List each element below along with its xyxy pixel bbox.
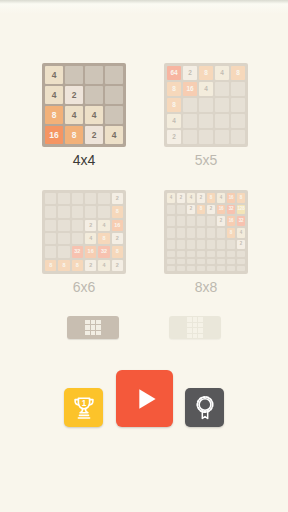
empty-cell [72,206,83,217]
empty-cell [217,259,225,264]
tile-4: 4 [98,260,109,271]
empty-cell [227,259,235,264]
empty-cell [215,82,229,96]
empty-cell [227,266,235,271]
tile-2: 2 [85,220,96,231]
tile-64: 64 [167,66,181,80]
empty-cell [58,220,69,231]
tile-4: 4 [98,220,109,231]
empty-cell [197,259,205,264]
tile-32: 32 [227,205,235,215]
tile-4: 4 [215,66,229,80]
empty-cell [58,206,69,217]
empty-cell [177,251,185,256]
empty-cell [187,266,195,271]
empty-cell [187,240,195,250]
tile-2: 2 [167,130,181,144]
empty-cell [167,251,175,256]
board-size-label-4x4[interactable]: 4x4 [42,152,126,168]
tile-2: 2 [112,260,123,271]
empty-cell [45,206,56,217]
empty-cell [231,82,245,96]
board-preview-4x4[interactable]: 44284416824 [42,63,126,147]
empty-cell [217,251,225,256]
empty-cell [167,205,175,215]
empty-cell [177,228,185,238]
empty-cell [45,220,56,231]
tile-4: 4 [45,86,63,104]
tile-8: 8 [237,193,245,203]
empty-cell [45,193,56,204]
tile-8: 8 [231,66,245,80]
empty-cell [227,251,235,256]
tile-2: 2 [217,216,225,226]
tile-4: 4 [45,66,63,84]
board-style-toggle-3x3[interactable] [67,316,119,339]
tile-4: 4 [167,193,175,203]
empty-cell [217,266,225,271]
empty-cell [231,114,245,128]
empty-cell [187,228,195,238]
tile-8: 8 [227,228,235,238]
empty-cell [207,228,215,238]
tile-2: 2 [237,240,245,250]
board-size-label-5x5[interactable]: 5x5 [164,152,248,168]
empty-cell [231,98,245,112]
trophy-icon: 1 [70,394,98,422]
play-icon [128,382,162,416]
empty-cell [207,259,215,264]
empty-cell [167,228,175,238]
tile-2: 2 [187,205,195,215]
empty-cell [187,216,195,226]
empty-cell [72,220,83,231]
empty-cell [98,206,109,217]
tile-4: 4 [85,106,103,124]
play-button[interactable] [116,370,173,427]
tile-32: 32 [237,216,245,226]
tile-4: 4 [167,114,181,128]
achievements-button[interactable] [185,388,224,427]
empty-cell [231,130,245,144]
empty-cell [237,259,245,264]
tile-8: 8 [112,206,123,217]
tile-8: 8 [167,98,181,112]
empty-cell [227,240,235,250]
empty-cell [217,228,225,238]
empty-cell [197,240,205,250]
empty-cell [183,114,197,128]
empty-cell [98,193,109,204]
empty-cell [177,205,185,215]
empty-cell [197,266,205,271]
tile-2: 2 [85,260,96,271]
empty-cell [207,251,215,256]
tile-8: 8 [199,66,213,80]
empty-cell [197,216,205,226]
empty-cell [167,240,175,250]
tile-8: 8 [72,260,83,271]
empty-cell [58,233,69,244]
board-size-label-6x6[interactable]: 6x6 [42,279,126,295]
empty-cell [199,98,213,112]
tile-8: 8 [98,233,109,244]
tile-8: 8 [45,260,56,271]
tile-2: 2 [197,193,205,203]
empty-cell [207,240,215,250]
grid-3x3-icon [85,320,101,336]
empty-cell [199,114,213,128]
empty-cell [105,106,123,124]
tile-16: 16 [227,193,235,203]
empty-cell [72,233,83,244]
empty-cell [58,246,69,257]
empty-cell [85,66,103,84]
tile-4: 4 [199,82,213,96]
board-preview-8x8[interactable]: 424284168282163212821632842 [164,190,248,274]
empty-cell [207,266,215,271]
tile-32: 32 [72,246,83,257]
empty-cell [183,98,197,112]
grid-3x4-icon [187,317,203,338]
empty-cell [187,259,195,264]
board-size-label-8x8[interactable]: 8x8 [164,279,248,295]
empty-cell [207,216,215,226]
tile-4: 4 [105,126,123,144]
tile-16: 16 [183,82,197,96]
empty-cell [167,259,175,264]
tile-4: 4 [217,193,225,203]
tile-2: 2 [177,193,185,203]
empty-cell [45,246,56,257]
tile-2: 2 [65,86,83,104]
empty-cell [72,193,83,204]
tile-4: 4 [237,228,245,238]
empty-cell [187,251,195,256]
tile-32: 32 [98,246,109,257]
empty-cell [177,216,185,226]
empty-cell [105,86,123,104]
empty-cell [105,66,123,84]
empty-cell [237,251,245,256]
empty-cell [85,86,103,104]
tile-4: 4 [85,233,96,244]
empty-cell [215,130,229,144]
empty-cell [167,266,175,271]
tile-8: 8 [207,193,215,203]
tile-8: 8 [112,246,123,257]
empty-cell [215,98,229,112]
empty-cell [167,216,175,226]
empty-cell [217,240,225,250]
empty-cell [85,206,96,217]
tile-8: 8 [58,260,69,271]
empty-cell [183,130,197,144]
tile-16: 16 [85,246,96,257]
medal-icon [191,394,219,422]
board-style-toggle-3x4[interactable] [169,316,221,339]
board-preview-5x5[interactable]: 6428488164842 [164,63,248,147]
tile-16: 16 [227,216,235,226]
tile-16: 16 [45,126,63,144]
tile-8: 8 [45,106,63,124]
tile-2: 2 [183,66,197,80]
tile-8: 8 [167,82,181,96]
tile-128: 128 [237,205,245,215]
empty-cell [237,266,245,271]
empty-cell [65,66,83,84]
tile-4: 4 [187,193,195,203]
tile-16: 16 [112,220,123,231]
empty-cell [215,114,229,128]
trophy-badge-number: 1 [81,398,86,407]
tile-8: 8 [65,126,83,144]
tile-16: 16 [217,205,225,215]
tile-4: 4 [65,106,83,124]
tile-2: 2 [112,233,123,244]
empty-cell [197,251,205,256]
empty-cell [199,130,213,144]
tile-2: 2 [207,205,215,215]
tile-2: 2 [112,193,123,204]
empty-cell [177,240,185,250]
leaderboard-button[interactable]: 1 [64,388,103,427]
empty-cell [58,193,69,204]
empty-cell [85,193,96,204]
empty-cell [197,228,205,238]
tile-2: 2 [85,126,103,144]
empty-cell [45,233,56,244]
tile-8: 8 [197,205,205,215]
actionbar-shadow [0,0,288,14]
empty-cell [177,259,185,264]
board-preview-6x6[interactable]: 2824164823216328888242 [42,190,126,274]
empty-cell [177,266,185,271]
